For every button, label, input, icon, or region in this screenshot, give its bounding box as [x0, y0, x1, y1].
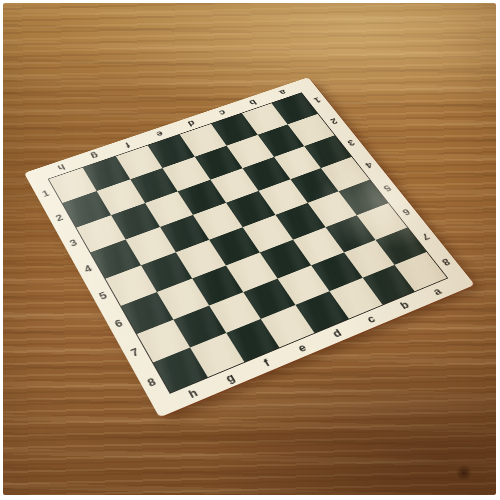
- board-grid: [48, 92, 449, 394]
- wooden-table-background: hgfedcba hgfedcba 12345678 12345678: [3, 3, 496, 495]
- photo-frame: hgfedcba hgfedcba 12345678 12345678: [0, 0, 500, 500]
- chess-board: hgfedcba hgfedcba 12345678 12345678: [24, 77, 475, 417]
